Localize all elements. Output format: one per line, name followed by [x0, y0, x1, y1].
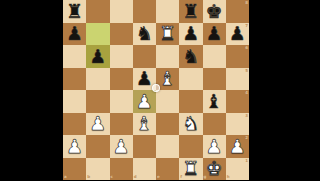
- square-d7[interactable]: ♞: [133, 23, 156, 46]
- square-b8[interactable]: [86, 0, 109, 23]
- square-e1[interactable]: e: [156, 158, 179, 181]
- piece-black-pawn[interactable]: ♟: [203, 23, 226, 46]
- square-g2[interactable]: ♟: [203, 135, 226, 158]
- coordinate-file-h: h: [227, 175, 230, 179]
- square-d1[interactable]: d: [133, 158, 156, 181]
- square-g7[interactable]: ♟: [203, 23, 226, 46]
- cursor-marker: [152, 84, 160, 92]
- piece-white-king[interactable]: ♚: [203, 158, 226, 181]
- square-c4[interactable]: [110, 90, 133, 113]
- square-d4[interactable]: ♟: [133, 90, 156, 113]
- piece-white-pawn[interactable]: ♟: [203, 135, 226, 158]
- square-h6[interactable]: 6: [226, 45, 249, 68]
- square-a8[interactable]: ♜: [63, 0, 86, 23]
- coordinate-rank-6: 6: [245, 46, 248, 50]
- square-e6[interactable]: [156, 45, 179, 68]
- piece-black-pawn[interactable]: ♟: [226, 23, 249, 46]
- square-g1[interactable]: g♚: [203, 158, 226, 181]
- square-a3[interactable]: [63, 113, 86, 136]
- square-c3[interactable]: [110, 113, 133, 136]
- piece-black-rook[interactable]: ♜: [179, 0, 202, 23]
- square-f8[interactable]: ♜: [179, 0, 202, 23]
- square-b6[interactable]: ♟: [86, 45, 109, 68]
- square-h1[interactable]: 1h: [226, 158, 249, 181]
- square-a2[interactable]: ♟: [63, 135, 86, 158]
- piece-black-bishop[interactable]: ♝: [203, 90, 226, 113]
- square-b7[interactable]: [86, 23, 109, 46]
- coordinate-rank-3: 3: [245, 114, 248, 118]
- piece-black-knight[interactable]: ♞: [179, 45, 202, 68]
- square-g5[interactable]: [203, 68, 226, 91]
- piece-black-king[interactable]: ♚: [203, 0, 226, 23]
- coordinate-rank-5: 5: [245, 69, 248, 73]
- piece-white-bishop[interactable]: ♝: [133, 113, 156, 136]
- coordinate-rank-1: 1: [245, 159, 248, 163]
- piece-white-knight[interactable]: ♞: [179, 113, 202, 136]
- square-g8[interactable]: ♚: [203, 0, 226, 23]
- piece-black-knight[interactable]: ♞: [133, 23, 156, 46]
- square-c7[interactable]: [110, 23, 133, 46]
- piece-white-rook[interactable]: ♜: [179, 158, 202, 181]
- square-a5[interactable]: [63, 68, 86, 91]
- square-h2[interactable]: 2♟: [226, 135, 249, 158]
- piece-black-pawn[interactable]: ♟: [63, 23, 86, 46]
- square-a4[interactable]: [63, 90, 86, 113]
- square-d8[interactable]: [133, 0, 156, 23]
- square-b4[interactable]: [86, 90, 109, 113]
- square-h3[interactable]: 3: [226, 113, 249, 136]
- square-a7[interactable]: ♟: [63, 23, 86, 46]
- piece-black-rook[interactable]: ♜: [63, 0, 86, 23]
- square-f2[interactable]: [179, 135, 202, 158]
- square-f6[interactable]: ♞: [179, 45, 202, 68]
- coordinate-file-c: c: [111, 175, 113, 179]
- coordinate-file-e: e: [157, 175, 160, 179]
- square-d3[interactable]: ♝: [133, 113, 156, 136]
- piece-black-pawn[interactable]: ♟: [179, 23, 202, 46]
- square-e4[interactable]: [156, 90, 179, 113]
- square-h4[interactable]: 4: [226, 90, 249, 113]
- square-c6[interactable]: [110, 45, 133, 68]
- square-b5[interactable]: [86, 68, 109, 91]
- square-h7[interactable]: 7♟: [226, 23, 249, 46]
- square-f1[interactable]: f♜: [179, 158, 202, 181]
- square-e7[interactable]: ♜: [156, 23, 179, 46]
- square-f5[interactable]: [179, 68, 202, 91]
- square-d2[interactable]: [133, 135, 156, 158]
- square-a6[interactable]: [63, 45, 86, 68]
- coordinate-file-d: d: [134, 175, 137, 179]
- piece-black-pawn[interactable]: ♟: [86, 45, 109, 68]
- square-g6[interactable]: [203, 45, 226, 68]
- square-h8[interactable]: 8: [226, 0, 249, 23]
- piece-white-pawn[interactable]: ♟: [133, 90, 156, 113]
- square-h5[interactable]: 5: [226, 68, 249, 91]
- square-e2[interactable]: [156, 135, 179, 158]
- square-g3[interactable]: [203, 113, 226, 136]
- square-f7[interactable]: ♟: [179, 23, 202, 46]
- coordinate-rank-8: 8: [245, 1, 248, 5]
- coordinate-file-a: a: [64, 175, 67, 179]
- square-b1[interactable]: b: [86, 158, 109, 181]
- square-b2[interactable]: [86, 135, 109, 158]
- piece-white-rook[interactable]: ♜: [156, 23, 179, 46]
- square-b3[interactable]: ♟: [86, 113, 109, 136]
- piece-white-pawn[interactable]: ♟: [226, 135, 249, 158]
- square-d6[interactable]: [133, 45, 156, 68]
- piece-white-pawn[interactable]: ♟: [110, 135, 133, 158]
- square-c5[interactable]: [110, 68, 133, 91]
- square-c1[interactable]: c: [110, 158, 133, 181]
- square-e3[interactable]: [156, 113, 179, 136]
- square-g4[interactable]: ♝: [203, 90, 226, 113]
- square-e8[interactable]: [156, 0, 179, 23]
- coordinate-file-b: b: [87, 175, 90, 179]
- square-f4[interactable]: [179, 90, 202, 113]
- square-f3[interactable]: ♞: [179, 113, 202, 136]
- piece-white-pawn[interactable]: ♟: [63, 135, 86, 158]
- square-c8[interactable]: [110, 0, 133, 23]
- square-c2[interactable]: ♟: [110, 135, 133, 158]
- piece-white-pawn[interactable]: ♟: [86, 113, 109, 136]
- coordinate-rank-4: 4: [245, 91, 248, 95]
- square-a1[interactable]: a: [63, 158, 86, 181]
